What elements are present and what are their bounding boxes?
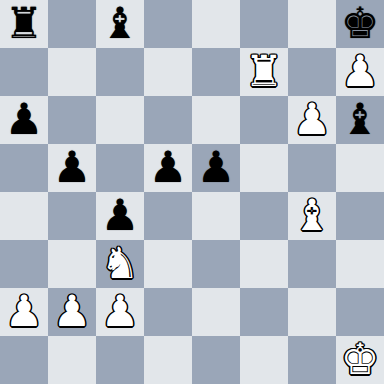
square-c3[interactable]: ♞: [96, 240, 144, 288]
black-rook-a8[interactable]: ♜: [5, 0, 44, 47]
square-a1[interactable]: [0, 336, 48, 384]
square-b3[interactable]: [48, 240, 96, 288]
square-d7[interactable]: [144, 48, 192, 96]
square-e2[interactable]: [192, 288, 240, 336]
square-e3[interactable]: [192, 240, 240, 288]
square-h5[interactable]: [336, 144, 384, 192]
square-a7[interactable]: [0, 48, 48, 96]
square-h4[interactable]: [336, 192, 384, 240]
square-c4[interactable]: ♟: [96, 192, 144, 240]
chess-board: ♜♝♚♜♟♟♟♝♟♟♟♟♝♞♟♟♟♚: [0, 0, 384, 384]
square-b6[interactable]: [48, 96, 96, 144]
square-d6[interactable]: [144, 96, 192, 144]
square-h3[interactable]: [336, 240, 384, 288]
square-e8[interactable]: [192, 0, 240, 48]
square-h7[interactable]: ♟: [336, 48, 384, 96]
white-bishop-g4[interactable]: ♝: [293, 191, 332, 239]
square-a5[interactable]: [0, 144, 48, 192]
white-pawn-g6[interactable]: ♟: [293, 95, 332, 143]
black-bishop-c8[interactable]: ♝: [101, 0, 140, 47]
square-d3[interactable]: [144, 240, 192, 288]
square-a8[interactable]: ♜: [0, 0, 48, 48]
square-c6[interactable]: [96, 96, 144, 144]
square-f8[interactable]: [240, 0, 288, 48]
square-e4[interactable]: [192, 192, 240, 240]
white-rook-f7[interactable]: ♜: [245, 47, 284, 95]
black-pawn-c4[interactable]: ♟: [101, 191, 140, 239]
square-f4[interactable]: [240, 192, 288, 240]
square-b7[interactable]: [48, 48, 96, 96]
white-king-h1[interactable]: ♚: [341, 335, 380, 383]
square-h2[interactable]: [336, 288, 384, 336]
square-f6[interactable]: [240, 96, 288, 144]
black-king-h8[interactable]: ♚: [341, 0, 380, 47]
square-g4[interactable]: ♝: [288, 192, 336, 240]
square-d8[interactable]: [144, 0, 192, 48]
square-f7[interactable]: ♜: [240, 48, 288, 96]
black-pawn-e5[interactable]: ♟: [197, 143, 236, 191]
square-b5[interactable]: ♟: [48, 144, 96, 192]
square-a4[interactable]: [0, 192, 48, 240]
black-pawn-b5[interactable]: ♟: [53, 143, 92, 191]
black-bishop-h6[interactable]: ♝: [341, 95, 380, 143]
square-g8[interactable]: [288, 0, 336, 48]
square-c5[interactable]: [96, 144, 144, 192]
square-g1[interactable]: [288, 336, 336, 384]
square-c8[interactable]: ♝: [96, 0, 144, 48]
square-e5[interactable]: ♟: [192, 144, 240, 192]
square-c7[interactable]: [96, 48, 144, 96]
square-g6[interactable]: ♟: [288, 96, 336, 144]
square-e1[interactable]: [192, 336, 240, 384]
square-a6[interactable]: ♟: [0, 96, 48, 144]
square-b2[interactable]: ♟: [48, 288, 96, 336]
black-pawn-a6[interactable]: ♟: [5, 95, 44, 143]
square-f2[interactable]: [240, 288, 288, 336]
square-d4[interactable]: [144, 192, 192, 240]
square-f5[interactable]: [240, 144, 288, 192]
square-d1[interactable]: [144, 336, 192, 384]
square-g2[interactable]: [288, 288, 336, 336]
square-c2[interactable]: ♟: [96, 288, 144, 336]
square-b1[interactable]: [48, 336, 96, 384]
white-pawn-h7[interactable]: ♟: [341, 47, 380, 95]
square-g7[interactable]: [288, 48, 336, 96]
square-b4[interactable]: [48, 192, 96, 240]
square-d5[interactable]: ♟: [144, 144, 192, 192]
square-c1[interactable]: [96, 336, 144, 384]
square-e6[interactable]: [192, 96, 240, 144]
square-d2[interactable]: [144, 288, 192, 336]
square-g3[interactable]: [288, 240, 336, 288]
white-pawn-c2[interactable]: ♟: [101, 287, 140, 335]
white-pawn-a2[interactable]: ♟: [5, 287, 44, 335]
square-e7[interactable]: [192, 48, 240, 96]
square-f1[interactable]: [240, 336, 288, 384]
square-g5[interactable]: [288, 144, 336, 192]
square-a2[interactable]: ♟: [0, 288, 48, 336]
square-h1[interactable]: ♚: [336, 336, 384, 384]
square-h8[interactable]: ♚: [336, 0, 384, 48]
square-b8[interactable]: [48, 0, 96, 48]
square-h6[interactable]: ♝: [336, 96, 384, 144]
white-pawn-b2[interactable]: ♟: [53, 287, 92, 335]
black-pawn-d5[interactable]: ♟: [149, 143, 188, 191]
square-f3[interactable]: [240, 240, 288, 288]
square-a3[interactable]: [0, 240, 48, 288]
white-knight-c3[interactable]: ♞: [101, 239, 140, 287]
